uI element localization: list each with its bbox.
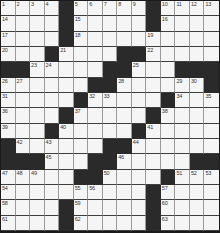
grid-cell[interactable] <box>175 16 190 31</box>
clue-number: 32 <box>89 93 95 100</box>
grid-cell[interactable]: 15 <box>74 16 89 31</box>
grid-cell[interactable]: 50 <box>103 170 118 185</box>
grid-cell[interactable] <box>59 93 74 108</box>
grid-cell[interactable]: 24 <box>45 62 60 77</box>
black-cell <box>132 47 147 62</box>
grid-cell[interactable]: 10 <box>161 1 176 16</box>
grid-cell[interactable] <box>103 32 118 47</box>
grid-cell[interactable] <box>117 32 132 47</box>
clue-number: 9 <box>133 1 136 8</box>
clue-number: 51 <box>176 170 182 177</box>
black-cell <box>74 93 89 108</box>
grid-cell[interactable] <box>30 16 45 31</box>
clue-number: 25 <box>133 62 139 69</box>
grid-cell[interactable] <box>16 124 31 139</box>
grid-cell[interactable] <box>59 139 74 154</box>
clue-number: 61 <box>2 216 8 223</box>
black-cell <box>1 139 16 154</box>
grid-cell[interactable] <box>74 78 89 93</box>
black-cell <box>146 200 161 215</box>
black-cell <box>146 216 161 231</box>
crossword-grid: 1234567891011121314151617181920212223242… <box>0 0 220 233</box>
grid-cell[interactable] <box>132 216 147 231</box>
grid-cell[interactable]: 40 <box>59 124 74 139</box>
grid-cell[interactable]: 11 <box>175 1 190 16</box>
clue-number: 34 <box>176 93 182 100</box>
black-cell <box>74 170 89 185</box>
grid-cell[interactable] <box>190 32 205 47</box>
clue-number: 37 <box>75 108 81 115</box>
grid-cell[interactable] <box>146 93 161 108</box>
grid-cell[interactable]: 18 <box>74 32 89 47</box>
clue-number: 27 <box>17 78 23 85</box>
black-cell <box>117 139 132 154</box>
grid-cell[interactable] <box>161 154 176 169</box>
grid-cell[interactable] <box>132 16 147 31</box>
clue-number: 6 <box>89 1 92 8</box>
clue-number: 40 <box>60 124 66 131</box>
grid-cell[interactable] <box>103 185 118 200</box>
grid-cell[interactable] <box>146 139 161 154</box>
grid-cell[interactable] <box>103 124 118 139</box>
grid-cell[interactable] <box>16 216 31 231</box>
black-cell <box>45 124 60 139</box>
grid-cell[interactable] <box>88 124 103 139</box>
black-cell <box>59 200 74 215</box>
grid-cell[interactable] <box>16 16 31 31</box>
grid-cell[interactable] <box>190 47 205 62</box>
black-cell <box>146 108 161 123</box>
grid-cell[interactable]: 14 <box>1 16 16 31</box>
grid-cell[interactable] <box>30 93 45 108</box>
clue-number: 18 <box>75 32 81 39</box>
grid-cell[interactable] <box>88 216 103 231</box>
clue-number: 41 <box>147 124 153 131</box>
black-cell <box>1 62 16 77</box>
clue-number: 57 <box>162 185 168 192</box>
black-cell <box>30 154 45 169</box>
grid-cell[interactable]: 30 <box>190 78 205 93</box>
grid-cell[interactable]: 44 <box>132 139 147 154</box>
grid-cell[interactable] <box>59 154 74 169</box>
grid-cell[interactable] <box>146 62 161 77</box>
grid-cell[interactable] <box>190 108 205 123</box>
clue-number: 3 <box>31 1 34 8</box>
clue-number: 43 <box>46 139 52 146</box>
grid-cell[interactable] <box>190 216 205 231</box>
grid-cell[interactable]: 38 <box>161 108 176 123</box>
black-cell <box>59 32 74 47</box>
clue-number: 45 <box>46 154 52 161</box>
grid-cell[interactable]: 43 <box>45 139 60 154</box>
grid-cell[interactable] <box>161 78 176 93</box>
black-cell <box>88 78 103 93</box>
clue-number: 63 <box>162 216 168 223</box>
grid-cell[interactable]: 27 <box>16 78 31 93</box>
grid-cell[interactable]: 20 <box>1 47 16 62</box>
grid-cell[interactable]: 63 <box>161 216 176 231</box>
grid-cell[interactable] <box>16 108 31 123</box>
grid-cell[interactable]: 23 <box>30 62 45 77</box>
grid-cell[interactable] <box>16 200 31 215</box>
grid-cell[interactable] <box>103 47 118 62</box>
clue-number: 16 <box>162 16 168 23</box>
grid-cell[interactable]: 16 <box>161 16 176 31</box>
black-cell <box>103 62 118 77</box>
grid-cell[interactable] <box>190 16 205 31</box>
clue-number: 1 <box>2 1 5 8</box>
clue-number: 31 <box>2 93 8 100</box>
clue-number: 47 <box>2 170 8 177</box>
clue-number: 4 <box>46 1 49 8</box>
grid-cell[interactable]: 29 <box>175 78 190 93</box>
grid-cell[interactable] <box>175 139 190 154</box>
clue-number: 54 <box>2 185 8 192</box>
black-cell <box>204 62 219 77</box>
grid-cell[interactable] <box>190 185 205 200</box>
grid-cell[interactable] <box>88 47 103 62</box>
grid-cell[interactable] <box>161 62 176 77</box>
grid-cell[interactable] <box>103 216 118 231</box>
grid-cell[interactable] <box>16 185 31 200</box>
grid-cell[interactable] <box>103 108 118 123</box>
black-cell <box>103 78 118 93</box>
black-cell <box>146 1 161 16</box>
grid-cell[interactable] <box>146 154 161 169</box>
clue-number: 2 <box>17 1 20 8</box>
clue-number: 49 <box>31 170 37 177</box>
clue-number: 30 <box>191 78 197 85</box>
grid-cell[interactable] <box>204 139 219 154</box>
grid-cell[interactable] <box>132 32 147 47</box>
grid-cell[interactable] <box>190 200 205 215</box>
grid-cell[interactable] <box>59 78 74 93</box>
clue-number: 7 <box>104 1 107 8</box>
black-cell <box>16 154 31 169</box>
black-cell <box>88 154 103 169</box>
black-cell <box>161 170 176 185</box>
grid-cell[interactable] <box>132 154 147 169</box>
grid-cell[interactable] <box>30 216 45 231</box>
grid-cell[interactable]: 49 <box>30 170 45 185</box>
clue-number: 44 <box>133 139 139 146</box>
grid-cell[interactable]: 60 <box>161 200 176 215</box>
grid-cell[interactable] <box>175 108 190 123</box>
grid-cell[interactable]: 12 <box>190 1 205 16</box>
black-cell <box>146 185 161 200</box>
grid-cell[interactable] <box>88 139 103 154</box>
grid-cell[interactable]: 55 <box>74 185 89 200</box>
grid-cell[interactable] <box>45 216 60 231</box>
clue-number: 11 <box>176 1 181 8</box>
grid-cell[interactable] <box>117 108 132 123</box>
grid-cell[interactable] <box>175 47 190 62</box>
grid-cell[interactable] <box>74 47 89 62</box>
grid-cell[interactable] <box>161 32 176 47</box>
clue-number: 5 <box>75 1 78 8</box>
clue-number: 52 <box>191 170 197 177</box>
black-cell <box>103 154 118 169</box>
grid-cell[interactable]: 4 <box>45 1 60 16</box>
grid-cell[interactable]: 17 <box>1 32 16 47</box>
grid-cell[interactable] <box>45 185 60 200</box>
grid-cell[interactable]: 6 <box>88 1 103 16</box>
grid-cell[interactable] <box>161 139 176 154</box>
clue-number: 59 <box>75 200 81 207</box>
grid-cell[interactable] <box>204 108 219 123</box>
grid-cell[interactable] <box>30 124 45 139</box>
black-cell <box>117 62 132 77</box>
grid-cell[interactable] <box>30 200 45 215</box>
black-cell <box>175 62 190 77</box>
grid-cell[interactable] <box>117 216 132 231</box>
grid-cell[interactable]: 47 <box>1 170 16 185</box>
grid-cell[interactable]: 32 <box>88 93 103 108</box>
grid-cell[interactable]: 5 <box>74 1 89 16</box>
grid-cell[interactable] <box>30 185 45 200</box>
grid-cell[interactable] <box>88 32 103 47</box>
grid-cell[interactable]: 8 <box>117 1 132 16</box>
grid-cell[interactable] <box>59 170 74 185</box>
grid-cell[interactable] <box>74 62 89 77</box>
grid-cell[interactable]: 35 <box>204 93 219 108</box>
grid-cell[interactable] <box>117 124 132 139</box>
clue-number: 8 <box>118 1 121 8</box>
clue-number: 58 <box>2 200 8 207</box>
grid-cell[interactable]: 1 <box>1 1 16 16</box>
grid-cell[interactable] <box>117 170 132 185</box>
black-cell <box>45 47 60 62</box>
grid-cell[interactable]: 7 <box>103 1 118 16</box>
grid-cell[interactable] <box>45 16 60 31</box>
clue-number: 17 <box>2 32 8 39</box>
grid-cell[interactable]: 13 <box>204 1 219 16</box>
grid-cell[interactable] <box>45 32 60 47</box>
grid-cell[interactable] <box>204 124 219 139</box>
grid-cell[interactable] <box>74 124 89 139</box>
grid-cell[interactable]: 9 <box>132 1 147 16</box>
grid-cell[interactable] <box>16 47 31 62</box>
clue-number: 39 <box>2 124 8 131</box>
clue-number: 35 <box>205 93 211 100</box>
grid-cell[interactable] <box>88 108 103 123</box>
grid-cell[interactable] <box>117 185 132 200</box>
grid-cell[interactable] <box>190 139 205 154</box>
clue-number: 36 <box>2 108 8 115</box>
grid-cell[interactable] <box>132 108 147 123</box>
grid-cell[interactable] <box>175 124 190 139</box>
clue-number: 22 <box>147 47 153 54</box>
grid-cell[interactable]: 57 <box>161 185 176 200</box>
grid-cell[interactable]: 36 <box>1 108 16 123</box>
clue-number: 24 <box>46 62 52 69</box>
grid-cell[interactable]: 26 <box>1 78 16 93</box>
grid-cell[interactable] <box>88 16 103 31</box>
grid-cell[interactable]: 3 <box>30 1 45 16</box>
black-cell <box>132 124 147 139</box>
grid-cell[interactable] <box>103 16 118 31</box>
grid-cell[interactable] <box>204 47 219 62</box>
grid-cell[interactable] <box>74 154 89 169</box>
grid-cell[interactable]: 33 <box>103 93 118 108</box>
clue-number: 56 <box>89 185 95 192</box>
grid-cell[interactable]: 45 <box>45 154 60 169</box>
grid-cell[interactable]: 19 <box>146 32 161 47</box>
clue-number: 62 <box>75 216 81 223</box>
grid-cell[interactable]: 2 <box>16 1 31 16</box>
grid-cell[interactable] <box>30 108 45 123</box>
grid-cell[interactable]: 28 <box>117 78 132 93</box>
grid-cell[interactable] <box>204 185 219 200</box>
grid-cell[interactable] <box>16 93 31 108</box>
clue-number: 60 <box>162 200 168 207</box>
grid-cell[interactable] <box>132 185 147 200</box>
clue-number: 29 <box>176 78 182 85</box>
black-cell <box>204 154 219 169</box>
grid-cell[interactable] <box>88 62 103 77</box>
grid-cell[interactable] <box>190 124 205 139</box>
grid-cell[interactable] <box>132 78 147 93</box>
clue-number: 10 <box>162 1 168 8</box>
grid-cell[interactable] <box>204 200 219 215</box>
black-cell <box>59 16 74 31</box>
clue-number: 33 <box>104 93 110 100</box>
clue-number: 21 <box>60 47 66 54</box>
grid-cell[interactable]: 39 <box>1 124 16 139</box>
clue-number: 48 <box>17 170 23 177</box>
grid-cell[interactable]: 41 <box>146 124 161 139</box>
black-cell <box>161 93 176 108</box>
grid-cell[interactable] <box>132 93 147 108</box>
grid-cell[interactable] <box>59 185 74 200</box>
grid-cell[interactable]: 58 <box>1 200 16 215</box>
clue-number: 14 <box>2 16 8 23</box>
grid-cell[interactable] <box>175 216 190 231</box>
grid-cell[interactable] <box>103 200 118 215</box>
grid-cell[interactable] <box>30 78 45 93</box>
grid-cell[interactable] <box>146 78 161 93</box>
grid-cell[interactable]: 42 <box>16 139 31 154</box>
grid-cell[interactable] <box>175 185 190 200</box>
grid-cell[interactable] <box>146 170 161 185</box>
black-cell <box>117 47 132 62</box>
grid-cell[interactable]: 25 <box>132 62 147 77</box>
clue-number: 55 <box>75 185 81 192</box>
grid-cell[interactable]: 61 <box>1 216 16 231</box>
clue-number: 12 <box>191 1 197 8</box>
black-cell <box>16 62 31 77</box>
black-cell <box>59 108 74 123</box>
grid-cell[interactable]: 59 <box>74 200 89 215</box>
grid-cell[interactable] <box>16 32 31 47</box>
grid-cell[interactable] <box>175 200 190 215</box>
black-cell <box>59 1 74 16</box>
black-cell <box>1 154 16 169</box>
clue-number: 53 <box>205 170 211 177</box>
grid-cell[interactable] <box>204 32 219 47</box>
grid-cell[interactable] <box>132 170 147 185</box>
grid-cell[interactable] <box>30 139 45 154</box>
grid-cell[interactable] <box>45 108 60 123</box>
clue-number: 50 <box>104 170 110 177</box>
grid-cell[interactable] <box>30 47 45 62</box>
grid-cell[interactable]: 34 <box>175 93 190 108</box>
grid-cell[interactable] <box>204 16 219 31</box>
grid-cell[interactable] <box>88 200 103 215</box>
grid-cell[interactable]: 54 <box>1 185 16 200</box>
clue-number: 20 <box>2 47 8 54</box>
clue-number: 38 <box>162 108 168 115</box>
clue-number: 28 <box>118 78 124 85</box>
black-cell <box>146 16 161 31</box>
grid-cell[interactable] <box>45 78 60 93</box>
grid-cell[interactable]: 22 <box>146 47 161 62</box>
grid-cell[interactable] <box>161 47 176 62</box>
grid-cell[interactable] <box>190 93 205 108</box>
grid-cell[interactable]: 53 <box>204 170 219 185</box>
grid-cell[interactable]: 52 <box>190 170 205 185</box>
grid-cell[interactable]: 21 <box>59 47 74 62</box>
black-cell <box>59 216 74 231</box>
clue-number: 46 <box>118 154 124 161</box>
grid-cell[interactable]: 62 <box>74 216 89 231</box>
grid-cell[interactable] <box>175 154 190 169</box>
grid-cell[interactable] <box>30 32 45 47</box>
clue-number: 26 <box>2 78 8 85</box>
grid-cell[interactable] <box>204 216 219 231</box>
black-cell <box>204 78 219 93</box>
black-cell <box>88 170 103 185</box>
grid-cell[interactable]: 37 <box>74 108 89 123</box>
black-cell <box>190 62 205 77</box>
black-cell <box>103 139 118 154</box>
clue-number: 13 <box>205 1 211 8</box>
grid-cell[interactable] <box>161 124 176 139</box>
clue-number: 15 <box>75 16 81 23</box>
grid-cell[interactable]: 31 <box>1 93 16 108</box>
grid-cell[interactable]: 51 <box>175 170 190 185</box>
clue-number: 23 <box>31 62 37 69</box>
clue-number: 42 <box>17 139 23 146</box>
grid-cell[interactable] <box>132 200 147 215</box>
grid-cell[interactable] <box>45 93 60 108</box>
grid-cell[interactable] <box>175 32 190 47</box>
grid-cell[interactable] <box>45 170 60 185</box>
grid-cell[interactable] <box>59 62 74 77</box>
grid-cell[interactable]: 48 <box>16 170 31 185</box>
grid-cell[interactable]: 46 <box>117 154 132 169</box>
clue-number: 19 <box>147 32 153 39</box>
grid-cell[interactable] <box>74 139 89 154</box>
grid-cell[interactable] <box>117 200 132 215</box>
grid-cell[interactable] <box>45 200 60 215</box>
grid-cell[interactable] <box>117 93 132 108</box>
grid-cell[interactable]: 56 <box>88 185 103 200</box>
black-cell <box>190 154 205 169</box>
grid-cell[interactable] <box>117 16 132 31</box>
